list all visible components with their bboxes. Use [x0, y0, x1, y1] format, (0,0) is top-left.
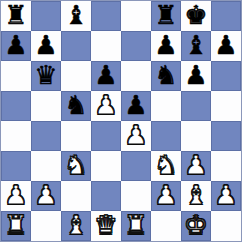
- black-pawn-icon[interactable]: ♟: [184, 61, 207, 90]
- square-e4[interactable]: ♟: [121, 121, 151, 151]
- square-g1[interactable]: ♚: [181, 211, 211, 241]
- square-a8[interactable]: ♜: [1, 1, 31, 31]
- square-h5[interactable]: [211, 91, 241, 121]
- square-h1[interactable]: [211, 211, 241, 241]
- square-d3[interactable]: [91, 151, 121, 181]
- square-a4[interactable]: [1, 121, 31, 151]
- square-e6[interactable]: [121, 61, 151, 91]
- square-a3[interactable]: [1, 151, 31, 181]
- black-pawn-icon[interactable]: ♟: [34, 31, 57, 60]
- square-f4[interactable]: [151, 121, 181, 151]
- black-pawn-icon[interactable]: ♟: [214, 31, 237, 60]
- square-c7[interactable]: [61, 31, 91, 61]
- square-h7[interactable]: ♟: [211, 31, 241, 61]
- square-c4[interactable]: [61, 121, 91, 151]
- black-pawn-icon[interactable]: ♟: [94, 61, 117, 90]
- square-b7[interactable]: ♟: [31, 31, 61, 61]
- square-e2[interactable]: [121, 181, 151, 211]
- square-c8[interactable]: ♝: [61, 1, 91, 31]
- square-f2[interactable]: ♟: [151, 181, 181, 211]
- square-a7[interactable]: ♟: [1, 31, 31, 61]
- square-b1[interactable]: [31, 211, 61, 241]
- square-e8[interactable]: [121, 1, 151, 31]
- black-bishop-icon[interactable]: ♝: [64, 1, 87, 30]
- square-g5[interactable]: [181, 91, 211, 121]
- black-bishop-icon[interactable]: ♝: [184, 31, 207, 60]
- white-pawn-icon[interactable]: ♟: [214, 181, 237, 210]
- square-f6[interactable]: ♞: [151, 61, 181, 91]
- square-e5[interactable]: ♟: [121, 91, 151, 121]
- square-g4[interactable]: [181, 121, 211, 151]
- black-pawn-icon[interactable]: ♟: [4, 31, 27, 60]
- square-f3[interactable]: ♞: [151, 151, 181, 181]
- chess-board: ♜♝♜♚♟♟♟♝♟♛♟♞♟♞♟♟♟♞♞♟♟♟♟♝♟♜♝♛♜♚: [0, 0, 242, 242]
- white-king-icon[interactable]: ♚: [184, 211, 207, 240]
- square-e1[interactable]: ♜: [121, 211, 151, 241]
- white-rook-icon[interactable]: ♜: [124, 211, 147, 240]
- square-a6[interactable]: [1, 61, 31, 91]
- square-a1[interactable]: ♜: [1, 211, 31, 241]
- square-h2[interactable]: ♟: [211, 181, 241, 211]
- square-a2[interactable]: ♟: [1, 181, 31, 211]
- square-c6[interactable]: [61, 61, 91, 91]
- square-g6[interactable]: ♟: [181, 61, 211, 91]
- square-h3[interactable]: [211, 151, 241, 181]
- white-bishop-icon[interactable]: ♝: [64, 211, 87, 240]
- square-f1[interactable]: [151, 211, 181, 241]
- white-queen-icon[interactable]: ♛: [94, 211, 117, 240]
- square-d6[interactable]: ♟: [91, 61, 121, 91]
- white-knight-icon[interactable]: ♞: [154, 151, 177, 180]
- black-pawn-icon[interactable]: ♟: [154, 31, 177, 60]
- square-b3[interactable]: [31, 151, 61, 181]
- white-pawn-icon[interactable]: ♟: [94, 91, 117, 120]
- square-c1[interactable]: ♝: [61, 211, 91, 241]
- square-d5[interactable]: ♟: [91, 91, 121, 121]
- white-bishop-icon[interactable]: ♝: [184, 181, 207, 210]
- square-g2[interactable]: ♝: [181, 181, 211, 211]
- square-b5[interactable]: [31, 91, 61, 121]
- black-knight-icon[interactable]: ♞: [154, 61, 177, 90]
- square-d7[interactable]: [91, 31, 121, 61]
- black-rook-icon[interactable]: ♜: [4, 1, 27, 30]
- square-b2[interactable]: ♟: [31, 181, 61, 211]
- square-h4[interactable]: [211, 121, 241, 151]
- white-pawn-icon[interactable]: ♟: [4, 181, 27, 210]
- white-pawn-icon[interactable]: ♟: [154, 181, 177, 210]
- square-d4[interactable]: [91, 121, 121, 151]
- white-pawn-icon[interactable]: ♟: [124, 121, 147, 150]
- square-g3[interactable]: ♟: [181, 151, 211, 181]
- square-f5[interactable]: [151, 91, 181, 121]
- square-f7[interactable]: ♟: [151, 31, 181, 61]
- square-b4[interactable]: [31, 121, 61, 151]
- square-g8[interactable]: ♚: [181, 1, 211, 31]
- square-c2[interactable]: [61, 181, 91, 211]
- square-d2[interactable]: [91, 181, 121, 211]
- white-rook-icon[interactable]: ♜: [4, 211, 27, 240]
- white-pawn-icon[interactable]: ♟: [184, 151, 207, 180]
- square-b8[interactable]: [31, 1, 61, 31]
- square-h8[interactable]: [211, 1, 241, 31]
- square-d1[interactable]: ♛: [91, 211, 121, 241]
- black-king-icon[interactable]: ♚: [184, 1, 207, 30]
- black-queen-icon[interactable]: ♛: [34, 61, 57, 90]
- square-c3[interactable]: ♞: [61, 151, 91, 181]
- square-e7[interactable]: [121, 31, 151, 61]
- white-pawn-icon[interactable]: ♟: [34, 181, 57, 210]
- square-c5[interactable]: ♞: [61, 91, 91, 121]
- square-a5[interactable]: [1, 91, 31, 121]
- square-g7[interactable]: ♝: [181, 31, 211, 61]
- white-knight-icon[interactable]: ♞: [64, 151, 87, 180]
- square-h6[interactable]: [211, 61, 241, 91]
- black-knight-icon[interactable]: ♞: [64, 91, 87, 120]
- square-d8[interactable]: [91, 1, 121, 31]
- square-e3[interactable]: [121, 151, 151, 181]
- square-b6[interactable]: ♛: [31, 61, 61, 91]
- square-f8[interactable]: ♜: [151, 1, 181, 31]
- black-pawn-icon[interactable]: ♟: [124, 91, 147, 120]
- black-rook-icon[interactable]: ♜: [154, 1, 177, 30]
